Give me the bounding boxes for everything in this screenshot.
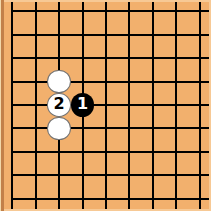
black-stone: 1 [71, 93, 94, 116]
grid-horizontal-line [11, 81, 209, 83]
board-border-bottom-highlight [0, 209, 211, 211]
white-stone: 2 [47, 93, 70, 116]
white-stone [47, 117, 70, 140]
go-board: 21 [0, 0, 211, 211]
stone-label: 1 [77, 96, 88, 113]
grid-horizontal-line [11, 127, 209, 129]
grid-horizontal-line [11, 151, 209, 153]
grid-horizontal-line [11, 174, 209, 176]
grid-horizontal-line [11, 57, 209, 59]
stone-label: 2 [54, 96, 65, 113]
board-border-left-shadow [1, 0, 4, 211]
white-stone [47, 70, 70, 93]
grid-horizontal-line [11, 198, 209, 200]
board-border-right-highlight [209, 0, 211, 211]
grid-horizontal-line [11, 10, 209, 12]
grid-horizontal-line [11, 34, 209, 36]
grid-horizontal-line [11, 104, 209, 106]
